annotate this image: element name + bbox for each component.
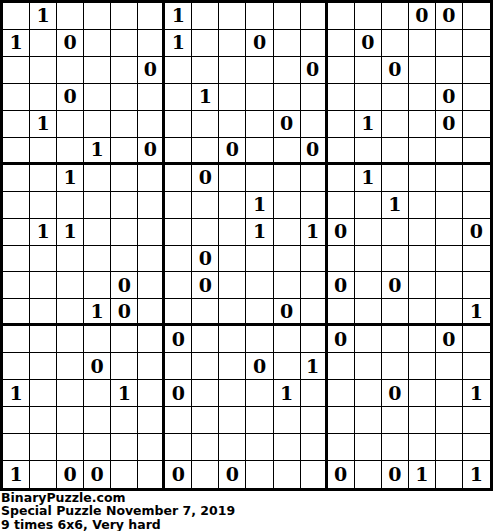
cell-r17c11[interactable]	[274, 434, 301, 461]
cell-r4c14[interactable]	[355, 84, 382, 111]
cell-r8c16[interactable]	[409, 192, 436, 219]
cell-r5c6[interactable]	[138, 111, 165, 138]
cell-r18c12[interactable]	[301, 461, 328, 488]
cell-r4c8: 1	[192, 84, 219, 111]
cell-r3c11[interactable]	[274, 57, 301, 84]
cell-r6c5[interactable]	[111, 138, 138, 165]
cell-r17c1[interactable]	[3, 434, 30, 461]
cell-r18c8[interactable]	[192, 461, 219, 488]
cell-r16c6[interactable]	[138, 407, 165, 434]
cell-r2c12[interactable]	[301, 30, 328, 57]
cell-r6c13[interactable]	[328, 138, 355, 165]
cell-r7c15[interactable]	[382, 165, 409, 192]
cell-r11c5: 0	[111, 272, 138, 299]
cell-r18c5[interactable]	[111, 461, 138, 488]
cell-r4c2[interactable]	[30, 84, 57, 111]
cell-r5c16[interactable]	[409, 111, 436, 138]
cell-r3c3[interactable]	[57, 57, 84, 84]
cell-r1c13[interactable]	[328, 3, 355, 30]
cell-r12c6[interactable]	[138, 299, 165, 326]
cell-r7c4[interactable]	[84, 165, 111, 192]
cell-r11c11[interactable]	[274, 272, 301, 299]
cell-r6c3[interactable]	[57, 138, 84, 165]
cell-r2c15[interactable]	[382, 30, 409, 57]
cell-r15c4[interactable]	[84, 380, 111, 407]
cell-r3c8[interactable]	[192, 57, 219, 84]
cell-r3c14[interactable]	[355, 57, 382, 84]
cell-r13c4[interactable]	[84, 326, 111, 353]
cell-r9c7[interactable]	[165, 219, 192, 246]
cell-r7c8: 0	[192, 165, 219, 192]
cell-r5c13[interactable]	[328, 111, 355, 138]
cell-r11c15: 0	[382, 272, 409, 299]
cell-r8c18[interactable]	[463, 192, 490, 219]
cell-r3c16[interactable]	[409, 57, 436, 84]
cell-r7c2[interactable]	[30, 165, 57, 192]
cell-r17c9[interactable]	[219, 434, 246, 461]
cell-r5c15[interactable]	[382, 111, 409, 138]
footer: BinaryPuzzle.com Special Puzzle November…	[0, 491, 493, 531]
cell-r16c1[interactable]	[3, 407, 30, 434]
cell-r3c5[interactable]	[111, 57, 138, 84]
cell-r14c4: 0	[84, 353, 111, 380]
cell-r18c6[interactable]	[138, 461, 165, 488]
cell-r2c10: 0	[246, 30, 273, 57]
cell-r12c10[interactable]	[246, 299, 273, 326]
cell-r9c2: 1	[30, 219, 57, 246]
cell-r11c2[interactable]	[30, 272, 57, 299]
cell-r14c3[interactable]	[57, 353, 84, 380]
cell-r7c13[interactable]	[328, 165, 355, 192]
cell-r9c15[interactable]	[382, 219, 409, 246]
cell-r8c14[interactable]	[355, 192, 382, 219]
cell-r12c3[interactable]	[57, 299, 84, 326]
cell-r2c4[interactable]	[84, 30, 111, 57]
cell-r13c1[interactable]	[3, 326, 30, 353]
cell-r4c7[interactable]	[165, 84, 192, 111]
cell-r10c17[interactable]	[436, 246, 463, 273]
cell-r11c12[interactable]	[301, 272, 328, 299]
cell-r13c12[interactable]	[301, 326, 328, 353]
cell-r16c7[interactable]	[165, 407, 192, 434]
cell-r17c13[interactable]	[328, 434, 355, 461]
cell-r7c1[interactable]	[3, 165, 30, 192]
cell-r3c10[interactable]	[246, 57, 273, 84]
cell-r1c4[interactable]	[84, 3, 111, 30]
cell-r6c7[interactable]	[165, 138, 192, 165]
cell-r10c4[interactable]	[84, 246, 111, 273]
cell-r6c1[interactable]	[3, 138, 30, 165]
cell-r14c2[interactable]	[30, 353, 57, 380]
cell-r3c17[interactable]	[436, 57, 463, 84]
cell-r5c9[interactable]	[219, 111, 246, 138]
cell-r4c4[interactable]	[84, 84, 111, 111]
cell-r13c9[interactable]	[219, 326, 246, 353]
cell-r12c17[interactable]	[436, 299, 463, 326]
cell-r4c1[interactable]	[3, 84, 30, 111]
cell-r1c18[interactable]	[463, 3, 490, 30]
cell-r15c9[interactable]	[219, 380, 246, 407]
cell-r12c14[interactable]	[355, 299, 382, 326]
cell-r2c5[interactable]	[111, 30, 138, 57]
cell-r7c11[interactable]	[274, 165, 301, 192]
cell-r9c11[interactable]	[274, 219, 301, 246]
cell-r9c10: 1	[246, 219, 273, 246]
cell-r5c18[interactable]	[463, 111, 490, 138]
cell-r5c11: 0	[274, 111, 301, 138]
cell-r16c15[interactable]	[382, 407, 409, 434]
cell-r10c9[interactable]	[219, 246, 246, 273]
cell-r10c2[interactable]	[30, 246, 57, 273]
cell-r6c17[interactable]	[436, 138, 463, 165]
cell-r15c16[interactable]	[409, 380, 436, 407]
cell-r8c4[interactable]	[84, 192, 111, 219]
cell-r13c2[interactable]	[30, 326, 57, 353]
cell-r5c12[interactable]	[301, 111, 328, 138]
cell-r5c3[interactable]	[57, 111, 84, 138]
cell-r1c11[interactable]	[274, 3, 301, 30]
cell-r8c5[interactable]	[111, 192, 138, 219]
cell-r1c3[interactable]	[57, 3, 84, 30]
cell-r7c12[interactable]	[301, 165, 328, 192]
cell-r13c6[interactable]	[138, 326, 165, 353]
cell-r5c10[interactable]	[246, 111, 273, 138]
cell-r6c10[interactable]	[246, 138, 273, 165]
cell-r5c7[interactable]	[165, 111, 192, 138]
cell-r17c17[interactable]	[436, 434, 463, 461]
cell-r7c14: 1	[355, 165, 382, 192]
cell-r9c9[interactable]	[219, 219, 246, 246]
cell-r8c7[interactable]	[165, 192, 192, 219]
cell-r12c7[interactable]	[165, 299, 192, 326]
cell-r8c12[interactable]	[301, 192, 328, 219]
cell-r3c2[interactable]	[30, 57, 57, 84]
cell-r1c7: 1	[165, 3, 192, 30]
cell-r9c12: 1	[301, 219, 328, 246]
cell-r12c15[interactable]	[382, 299, 409, 326]
cell-r1c12[interactable]	[301, 3, 328, 30]
cell-r2c2[interactable]	[30, 30, 57, 57]
cell-r10c15[interactable]	[382, 246, 409, 273]
cell-r1c5[interactable]	[111, 3, 138, 30]
cell-r1c1[interactable]	[3, 3, 30, 30]
cell-r15c12[interactable]	[301, 380, 328, 407]
cell-r13c11[interactable]	[274, 326, 301, 353]
cell-r18c7: 0	[165, 461, 192, 488]
cell-r14c5[interactable]	[111, 353, 138, 380]
cell-r17c5[interactable]	[111, 434, 138, 461]
cell-r3c7[interactable]	[165, 57, 192, 84]
cell-r10c12[interactable]	[301, 246, 328, 273]
cell-r3c18[interactable]	[463, 57, 490, 84]
cell-r11c9[interactable]	[219, 272, 246, 299]
cell-r7c9[interactable]	[219, 165, 246, 192]
cell-r5c4[interactable]	[84, 111, 111, 138]
cell-r7c7[interactable]	[165, 165, 192, 192]
cell-r18c9: 0	[219, 461, 246, 488]
cell-r9c16[interactable]	[409, 219, 436, 246]
cell-r8c6[interactable]	[138, 192, 165, 219]
cell-r6c18[interactable]	[463, 138, 490, 165]
cell-r4c16[interactable]	[409, 84, 436, 111]
cell-r12c9[interactable]	[219, 299, 246, 326]
cell-r14c16[interactable]	[409, 353, 436, 380]
cell-r16c9[interactable]	[219, 407, 246, 434]
cell-r8c2[interactable]	[30, 192, 57, 219]
cell-r8c9[interactable]	[219, 192, 246, 219]
cell-r13c3[interactable]	[57, 326, 84, 353]
cell-r4c12[interactable]	[301, 84, 328, 111]
cell-r16c3[interactable]	[57, 407, 84, 434]
cell-r17c16[interactable]	[409, 434, 436, 461]
cell-r4c6[interactable]	[138, 84, 165, 111]
cell-r17c10[interactable]	[246, 434, 273, 461]
cell-r10c11[interactable]	[274, 246, 301, 273]
cell-r10c8: 0	[192, 246, 219, 273]
cell-r11c14[interactable]	[355, 272, 382, 299]
cell-r9c18: 0	[463, 219, 490, 246]
cell-r9c5[interactable]	[111, 219, 138, 246]
cell-r16c5[interactable]	[111, 407, 138, 434]
cell-r12c8[interactable]	[192, 299, 219, 326]
cell-r15c2[interactable]	[30, 380, 57, 407]
cell-r17c12[interactable]	[301, 434, 328, 461]
cell-r10c14[interactable]	[355, 246, 382, 273]
cell-r18c16: 1	[409, 461, 436, 488]
cell-r1c14[interactable]	[355, 3, 382, 30]
cell-r7c16[interactable]	[409, 165, 436, 192]
cell-r6c2[interactable]	[30, 138, 57, 165]
cell-r7c6[interactable]	[138, 165, 165, 192]
cell-r3c9[interactable]	[219, 57, 246, 84]
cell-r4c11[interactable]	[274, 84, 301, 111]
cell-r11c4[interactable]	[84, 272, 111, 299]
cell-r10c16[interactable]	[409, 246, 436, 273]
cell-r18c15: 0	[382, 461, 409, 488]
cell-r12c2[interactable]	[30, 299, 57, 326]
cell-r10c6[interactable]	[138, 246, 165, 273]
cell-r9c8[interactable]	[192, 219, 219, 246]
cell-r8c17[interactable]	[436, 192, 463, 219]
cell-r2c16[interactable]	[409, 30, 436, 57]
cell-r13c16[interactable]	[409, 326, 436, 353]
cell-r10c7[interactable]	[165, 246, 192, 273]
cell-r14c9[interactable]	[219, 353, 246, 380]
cell-r14c8[interactable]	[192, 353, 219, 380]
cell-r18c14[interactable]	[355, 461, 382, 488]
cell-r4c13[interactable]	[328, 84, 355, 111]
cell-r17c2[interactable]	[30, 434, 57, 461]
cell-r5c5[interactable]	[111, 111, 138, 138]
cell-r17c4[interactable]	[84, 434, 111, 461]
cell-r9c1[interactable]	[3, 219, 30, 246]
cell-r14c14[interactable]	[355, 353, 382, 380]
cell-r13c15[interactable]	[382, 326, 409, 353]
cell-r13c18[interactable]	[463, 326, 490, 353]
cell-r9c6[interactable]	[138, 219, 165, 246]
cell-r11c8: 0	[192, 272, 219, 299]
cell-r14c13[interactable]	[328, 353, 355, 380]
cell-r4c18[interactable]	[463, 84, 490, 111]
cell-r16c18[interactable]	[463, 407, 490, 434]
cell-r8c3[interactable]	[57, 192, 84, 219]
cell-r13c5[interactable]	[111, 326, 138, 353]
cell-r3c4[interactable]	[84, 57, 111, 84]
cell-r10c3[interactable]	[57, 246, 84, 273]
cell-r13c8[interactable]	[192, 326, 219, 353]
cell-r8c11[interactable]	[274, 192, 301, 219]
cell-r8c1[interactable]	[3, 192, 30, 219]
cell-r18c11[interactable]	[274, 461, 301, 488]
cell-r10c18[interactable]	[463, 246, 490, 273]
cell-r2c9[interactable]	[219, 30, 246, 57]
cell-r11c18[interactable]	[463, 272, 490, 299]
cell-r18c4: 0	[84, 461, 111, 488]
cell-r7c10[interactable]	[246, 165, 273, 192]
cell-r12c1[interactable]	[3, 299, 30, 326]
cell-r15c13[interactable]	[328, 380, 355, 407]
cell-r1c10[interactable]	[246, 3, 273, 30]
cell-r6c14[interactable]	[355, 138, 382, 165]
cell-r11c17[interactable]	[436, 272, 463, 299]
cell-r6c4: 1	[84, 138, 111, 165]
cell-r8c13[interactable]	[328, 192, 355, 219]
cell-r2c13[interactable]	[328, 30, 355, 57]
cell-r14c17[interactable]	[436, 353, 463, 380]
cell-r15c11: 1	[274, 380, 301, 407]
cell-r14c15[interactable]	[382, 353, 409, 380]
cell-r17c7[interactable]	[165, 434, 192, 461]
cell-r16c16[interactable]	[409, 407, 436, 434]
cell-r17c14[interactable]	[355, 434, 382, 461]
cell-r10c5[interactable]	[111, 246, 138, 273]
cell-r10c13[interactable]	[328, 246, 355, 273]
cell-r10c10[interactable]	[246, 246, 273, 273]
cell-r2c8[interactable]	[192, 30, 219, 57]
cell-r11c13: 0	[328, 272, 355, 299]
cell-r16c8[interactable]	[192, 407, 219, 434]
puzzle-title: Special Puzzle November 7, 2019	[0, 504, 493, 517]
cell-r2c17[interactable]	[436, 30, 463, 57]
cell-r15c3[interactable]	[57, 380, 84, 407]
cell-r3c12: 0	[301, 57, 328, 84]
cell-r16c14[interactable]	[355, 407, 382, 434]
cell-r12c18: 1	[463, 299, 490, 326]
cell-r11c3[interactable]	[57, 272, 84, 299]
cell-r13c10[interactable]	[246, 326, 273, 353]
cell-r14c6[interactable]	[138, 353, 165, 380]
cell-r12c5: 0	[111, 299, 138, 326]
site-name: BinaryPuzzle.com	[0, 491, 493, 504]
cell-r6c11[interactable]	[274, 138, 301, 165]
cell-r16c11[interactable]	[274, 407, 301, 434]
cell-r12c13[interactable]	[328, 299, 355, 326]
cell-r14c10: 0	[246, 353, 273, 380]
cell-r10c1[interactable]	[3, 246, 30, 273]
cell-r16c17[interactable]	[436, 407, 463, 434]
cell-r6c16[interactable]	[409, 138, 436, 165]
cell-r5c1[interactable]	[3, 111, 30, 138]
cell-r6c15[interactable]	[382, 138, 409, 165]
cell-r1c16: 0	[409, 3, 436, 30]
cell-r7c5[interactable]	[111, 165, 138, 192]
cell-r5c8[interactable]	[192, 111, 219, 138]
cell-r11c7[interactable]	[165, 272, 192, 299]
cell-r14c18[interactable]	[463, 353, 490, 380]
cell-r16c12[interactable]	[301, 407, 328, 434]
cell-r2c1: 1	[3, 30, 30, 57]
cell-r1c9[interactable]	[219, 3, 246, 30]
cell-r15c14[interactable]	[355, 380, 382, 407]
cell-r3c6: 0	[138, 57, 165, 84]
cell-r11c10[interactable]	[246, 272, 273, 299]
cell-r17c18[interactable]	[463, 434, 490, 461]
cell-r1c15[interactable]	[382, 3, 409, 30]
cell-r1c6[interactable]	[138, 3, 165, 30]
cell-r13c14[interactable]	[355, 326, 382, 353]
cell-r11c16[interactable]	[409, 272, 436, 299]
cell-r11c6[interactable]	[138, 272, 165, 299]
cell-r16c13[interactable]	[328, 407, 355, 434]
cell-r14c7[interactable]	[165, 353, 192, 380]
cell-r17c15[interactable]	[382, 434, 409, 461]
cell-r18c1: 1	[3, 461, 30, 488]
cell-r4c5[interactable]	[111, 84, 138, 111]
cell-r1c2: 1	[30, 3, 57, 30]
cell-r7c18[interactable]	[463, 165, 490, 192]
cell-r2c11[interactable]	[274, 30, 301, 57]
cell-r16c10[interactable]	[246, 407, 273, 434]
cell-r9c3: 1	[57, 219, 84, 246]
cell-r6c8[interactable]	[192, 138, 219, 165]
cell-r15c10[interactable]	[246, 380, 273, 407]
cell-r18c2[interactable]	[30, 461, 57, 488]
cell-r12c12[interactable]	[301, 299, 328, 326]
cell-r9c17[interactable]	[436, 219, 463, 246]
cell-r7c17[interactable]	[436, 165, 463, 192]
cell-r8c15: 1	[382, 192, 409, 219]
cell-r18c17[interactable]	[436, 461, 463, 488]
cell-r9c13: 0	[328, 219, 355, 246]
cell-r14c1[interactable]	[3, 353, 30, 380]
cell-r8c8[interactable]	[192, 192, 219, 219]
cell-r16c4[interactable]	[84, 407, 111, 434]
cell-r2c18[interactable]	[463, 30, 490, 57]
cell-r15c8[interactable]	[192, 380, 219, 407]
cell-r2c6[interactable]	[138, 30, 165, 57]
cell-r9c14[interactable]	[355, 219, 382, 246]
cell-r4c10[interactable]	[246, 84, 273, 111]
cell-r12c11: 0	[274, 299, 301, 326]
cell-r9c4[interactable]	[84, 219, 111, 246]
cell-r3c1[interactable]	[3, 57, 30, 84]
cell-r4c15[interactable]	[382, 84, 409, 111]
cell-r17c6[interactable]	[138, 434, 165, 461]
cell-r12c16[interactable]	[409, 299, 436, 326]
cell-r11c1[interactable]	[3, 272, 30, 299]
cell-r17c3[interactable]	[57, 434, 84, 461]
cell-r3c13[interactable]	[328, 57, 355, 84]
cell-r15c17[interactable]	[436, 380, 463, 407]
cell-r8c10: 1	[246, 192, 273, 219]
cell-r14c11[interactable]	[274, 353, 301, 380]
cell-r16c2[interactable]	[30, 407, 57, 434]
cell-r15c6[interactable]	[138, 380, 165, 407]
cell-r18c10[interactable]	[246, 461, 273, 488]
cell-r17c8[interactable]	[192, 434, 219, 461]
cell-r4c9[interactable]	[219, 84, 246, 111]
cell-r1c8[interactable]	[192, 3, 219, 30]
